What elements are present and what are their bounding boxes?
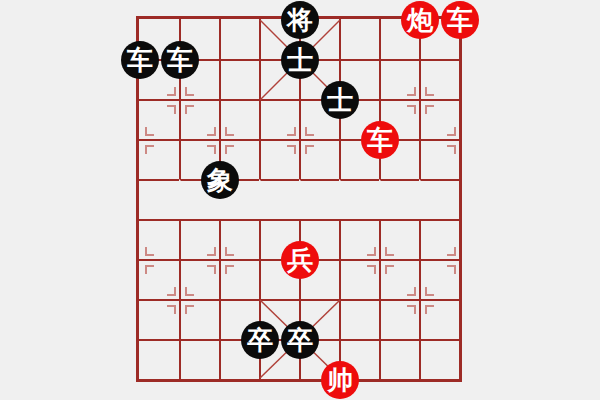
board-point[interactable]	[339, 299, 379, 339]
board-point[interactable]	[179, 339, 219, 379]
board-point[interactable]	[339, 19, 379, 59]
board-point[interactable]	[219, 99, 259, 139]
piece-red-general[interactable]: 帅	[321, 361, 359, 399]
board-point[interactable]	[419, 299, 459, 339]
board-point[interactable]	[379, 299, 419, 339]
board-point[interactable]	[139, 339, 179, 379]
piece-black-elephant[interactable]: 象	[201, 161, 239, 199]
board-point[interactable]	[179, 259, 219, 299]
river-point[interactable]	[139, 179, 179, 219]
board-point[interactable]	[379, 219, 419, 259]
river-point[interactable]	[339, 179, 379, 219]
board-point[interactable]	[219, 219, 259, 259]
board-point[interactable]	[219, 259, 259, 299]
piece-red-cannon[interactable]: 炮	[401, 1, 439, 39]
board-point[interactable]	[419, 99, 459, 139]
board-point[interactable]	[139, 299, 179, 339]
river-point[interactable]	[259, 179, 299, 219]
board-point[interactable]	[139, 219, 179, 259]
piece-black-chariot[interactable]: 车	[161, 41, 199, 79]
board-point[interactable]	[259, 139, 299, 179]
board-point[interactable]	[379, 259, 419, 299]
board-point[interactable]	[379, 339, 419, 379]
board-point[interactable]	[179, 219, 219, 259]
board-point[interactable]	[339, 219, 379, 259]
board-point[interactable]	[419, 339, 459, 379]
board-point[interactable]	[179, 99, 219, 139]
xiangqi-board: 车车将士士象卒卒炮车车兵帅	[136, 16, 462, 382]
app-background: 车车将士士象卒卒炮车车兵帅	[0, 0, 600, 400]
board-point[interactable]	[139, 99, 179, 139]
board-point[interactable]	[299, 139, 339, 179]
piece-black-advisor[interactable]: 士	[321, 81, 359, 119]
piece-black-advisor[interactable]: 士	[281, 41, 319, 79]
board-point[interactable]	[419, 219, 459, 259]
board-point[interactable]	[139, 259, 179, 299]
board-point[interactable]	[419, 139, 459, 179]
river-point[interactable]	[419, 179, 459, 219]
piece-red-soldier[interactable]: 兵	[281, 241, 319, 279]
board-point[interactable]	[219, 59, 259, 99]
piece-black-soldier[interactable]: 卒	[281, 321, 319, 359]
board-point[interactable]	[259, 99, 299, 139]
board-point[interactable]	[419, 259, 459, 299]
piece-black-chariot[interactable]: 车	[121, 41, 159, 79]
piece-red-chariot[interactable]: 车	[441, 1, 479, 39]
board-point[interactable]	[139, 139, 179, 179]
piece-red-chariot[interactable]: 车	[361, 121, 399, 159]
river-point[interactable]	[299, 179, 339, 219]
river-point[interactable]	[379, 179, 419, 219]
piece-black-general[interactable]: 将	[281, 1, 319, 39]
board-point[interactable]	[179, 299, 219, 339]
piece-black-soldier[interactable]: 卒	[241, 321, 279, 359]
board-point[interactable]	[339, 259, 379, 299]
board-point[interactable]	[219, 19, 259, 59]
board-point[interactable]	[419, 59, 459, 99]
board-point[interactable]	[379, 59, 419, 99]
